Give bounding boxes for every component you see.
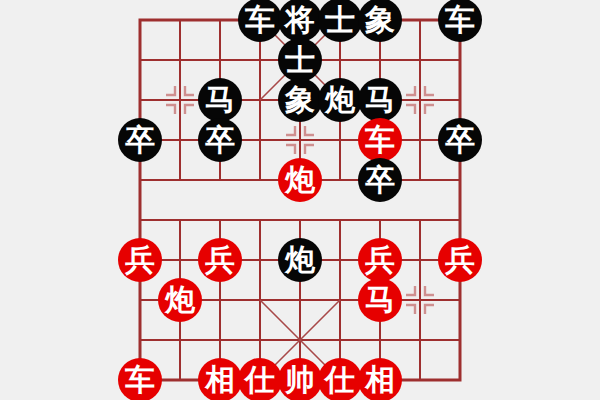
board-point: 卒 [120,120,160,160]
board-point: 卒 [360,160,400,200]
board-point: 兵 [360,240,400,280]
board-point: 炮 [280,240,320,280]
piece-black-elephant[interactable]: 象 [278,78,322,122]
piece-red-cannon[interactable]: 炮 [278,158,322,202]
piece-red-general[interactable]: 帅 [278,358,322,400]
piece-red-chariot[interactable]: 车 [358,118,402,162]
board-point: 象 [360,0,400,40]
piece-red-soldier[interactable]: 兵 [438,238,482,282]
piece-black-advisor[interactable]: 士 [278,38,322,82]
piece-black-soldier[interactable]: 卒 [118,118,162,162]
piece-black-general[interactable]: 将 [278,0,322,42]
piece-red-soldier[interactable]: 兵 [198,238,242,282]
piece-black-cannon[interactable]: 炮 [318,78,362,122]
board-point: 炮 [160,280,200,320]
piece-red-elephant[interactable]: 相 [198,358,242,400]
piece-red-advisor[interactable]: 仕 [238,358,282,400]
board-point: 将 [280,0,320,40]
board-point: 士 [280,40,320,80]
board-point: 车 [440,0,480,40]
piece-black-soldier[interactable]: 卒 [358,158,402,202]
board-point: 仕 [320,360,360,400]
xiangqi-board-page: 车将士象车士马象炮马卒卒车卒炮卒兵兵炮兵兵炮马车相仕帅仕相 [0,0,600,400]
board-point: 炮 [280,160,320,200]
board-point: 兵 [120,240,160,280]
board-point: 仕 [240,360,280,400]
piece-black-chariot[interactable]: 车 [438,0,482,42]
board-point: 象 [280,80,320,120]
board-point: 帅 [280,360,320,400]
piece-red-horse[interactable]: 马 [358,278,402,322]
piece-red-soldier[interactable]: 兵 [358,238,402,282]
board-point: 马 [360,280,400,320]
piece-black-elephant[interactable]: 象 [358,0,402,42]
board-point: 相 [200,360,240,400]
piece-black-horse[interactable]: 马 [198,78,242,122]
piece-black-chariot[interactable]: 车 [238,0,282,42]
board-point: 车 [240,0,280,40]
board-point: 兵 [200,240,240,280]
piece-red-chariot[interactable]: 车 [118,358,162,400]
piece-black-advisor[interactable]: 士 [318,0,362,42]
board-point: 马 [360,80,400,120]
board-point: 马 [200,80,240,120]
board-point: 卒 [440,120,480,160]
piece-black-soldier[interactable]: 卒 [198,118,242,162]
piece-black-soldier[interactable]: 卒 [438,118,482,162]
xiangqi-board[interactable]: 车将士象车士马象炮马卒卒车卒炮卒兵兵炮兵兵炮马车相仕帅仕相 [120,0,480,400]
piece-red-cannon[interactable]: 炮 [158,278,202,322]
piece-red-soldier[interactable]: 兵 [118,238,162,282]
board-point: 士 [320,0,360,40]
board-point: 车 [360,120,400,160]
piece-red-advisor[interactable]: 仕 [318,358,362,400]
board-point: 相 [360,360,400,400]
board-point: 卒 [200,120,240,160]
piece-black-horse[interactable]: 马 [358,78,402,122]
board-point: 兵 [440,240,480,280]
piece-red-elephant[interactable]: 相 [358,358,402,400]
board-point: 车 [120,360,160,400]
board-point: 炮 [320,80,360,120]
piece-black-cannon[interactable]: 炮 [278,238,322,282]
